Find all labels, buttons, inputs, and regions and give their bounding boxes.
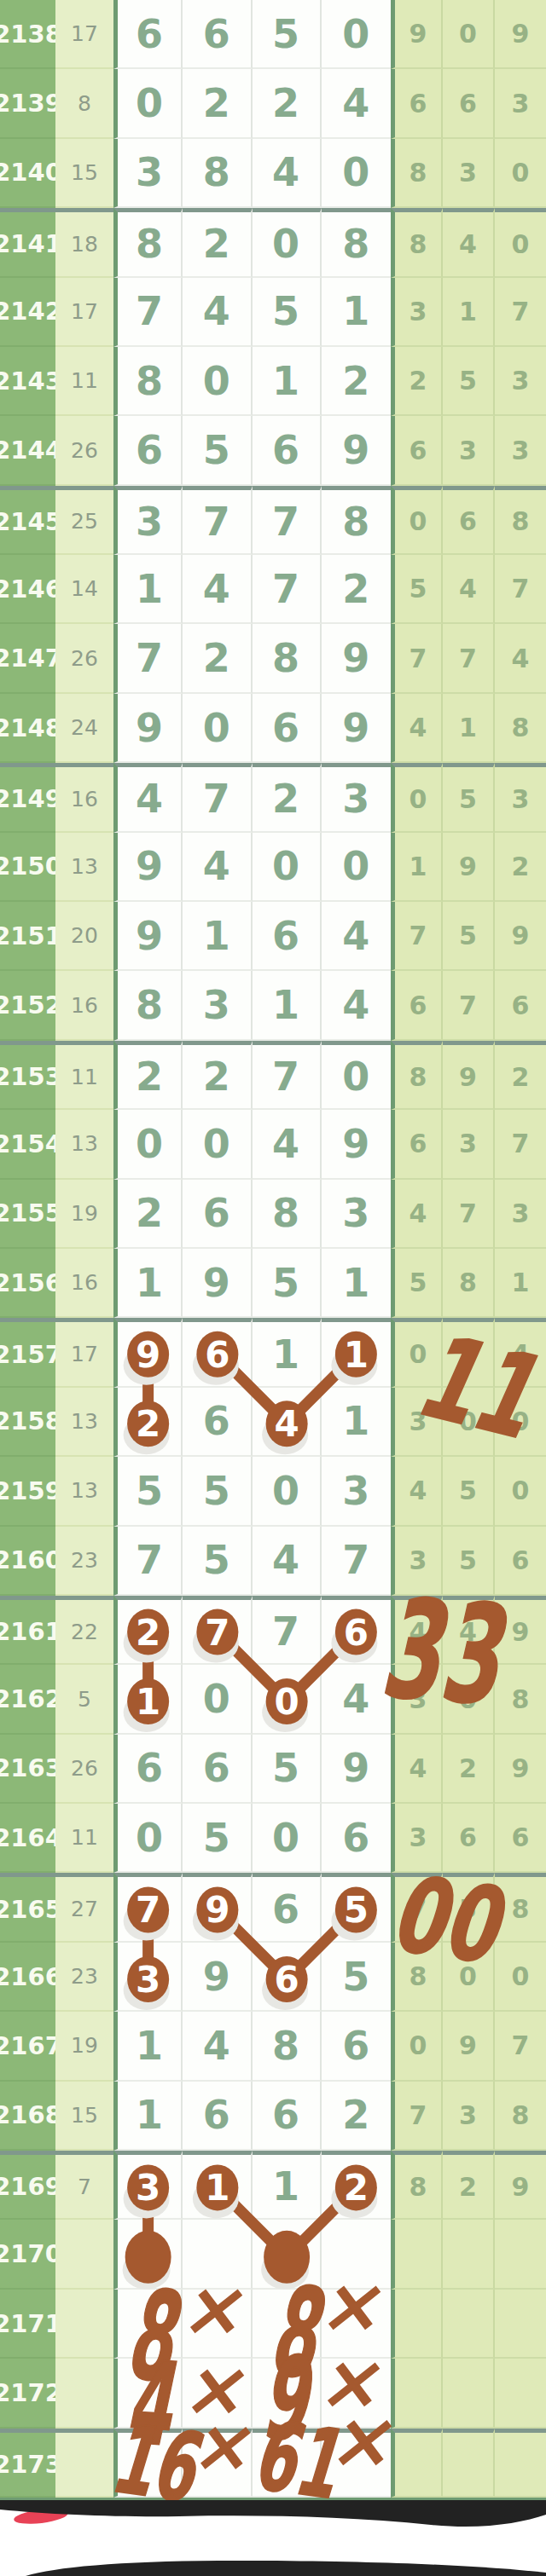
front-digit-cell: 2 bbox=[113, 1388, 183, 1457]
back-digit-cell: 7 bbox=[391, 1873, 443, 1942]
draw-number-cell: 2160 bbox=[0, 1527, 55, 1596]
sum-cell: 22 bbox=[55, 1596, 113, 1665]
back-digit-cell: 8 bbox=[495, 694, 546, 763]
sum-cell bbox=[55, 2290, 113, 2359]
front-digit-cell: 9 bbox=[183, 1873, 252, 1942]
draw-number-cell: 2147 bbox=[0, 624, 55, 693]
back-digit-cell: 5 bbox=[443, 902, 495, 971]
back-digit-cell: 3 bbox=[391, 278, 443, 347]
sum-cell: 13 bbox=[55, 1457, 113, 1526]
back-digit-cell: 9 bbox=[443, 2012, 495, 2081]
back-digit-cell: 0 bbox=[391, 763, 443, 832]
sum-cell: 23 bbox=[55, 1527, 113, 1596]
front-digit-cell: 2 bbox=[113, 1041, 183, 1110]
front-digit-cell: 0 bbox=[253, 833, 322, 902]
back-digit-cell: 3 bbox=[495, 69, 546, 138]
front-digit-cell: 1 bbox=[113, 1249, 183, 1318]
front-digit-cell: 4 bbox=[322, 69, 391, 138]
front-digit-cell: 1 bbox=[113, 1665, 183, 1734]
sum-cell: 23 bbox=[55, 1943, 113, 2012]
back-digit-cell: 5 bbox=[443, 763, 495, 832]
sum-cell: 26 bbox=[55, 416, 113, 485]
draw-number-cell: 2164 bbox=[0, 1804, 55, 1873]
front-digit-cell: 2 bbox=[183, 208, 252, 277]
back-digit-cell: 8 bbox=[495, 1665, 546, 1734]
front-digit-cell: 4 bbox=[253, 1388, 322, 1457]
draw-number-cell: 2153 bbox=[0, 1041, 55, 1110]
front-digit-cell: 6 bbox=[113, 416, 183, 485]
back-digit-cell: 7 bbox=[391, 624, 443, 693]
draw-number-cell: 2145 bbox=[0, 486, 55, 555]
draw-number-cell: 2152 bbox=[0, 971, 55, 1040]
back-digit-cell: 8 bbox=[495, 486, 546, 555]
back-digit-cell: 0 bbox=[443, 1388, 495, 1457]
back-digit-cell: 1 bbox=[443, 278, 495, 347]
sum-cell: 17 bbox=[55, 278, 113, 347]
sum-cell: 11 bbox=[55, 1804, 113, 1873]
torn-paper-red-sliver bbox=[13, 2506, 68, 2527]
back-digit-cell: 8 bbox=[391, 208, 443, 277]
back-digit-cell: 7 bbox=[495, 1110, 546, 1179]
back-digit-cell: 1 bbox=[443, 694, 495, 763]
front-digit-cell: 0 bbox=[113, 69, 183, 138]
front-digit-cell: 0 bbox=[183, 1665, 252, 1734]
back-digit-cell: 6 bbox=[391, 416, 443, 485]
front-digit-cell: 5 bbox=[253, 278, 322, 347]
front-digit-cell: 4 bbox=[183, 833, 252, 902]
front-digit-cell: 1 bbox=[322, 1388, 391, 1457]
front-digit-cell: 1 bbox=[253, 347, 322, 416]
draw-number-cell: 2168 bbox=[0, 2082, 55, 2151]
back-digit-cell bbox=[495, 2220, 546, 2289]
front-digit-cell: 6 bbox=[183, 0, 252, 69]
back-digit-cell: 3 bbox=[391, 1527, 443, 1596]
front-digit-cell: 1 bbox=[183, 902, 252, 971]
sum-cell: 19 bbox=[55, 1180, 113, 1249]
back-digit-cell: 5 bbox=[443, 1457, 495, 1526]
back-digit-cell: 3 bbox=[391, 1804, 443, 1873]
draw-number-cell: 2144 bbox=[0, 416, 55, 485]
front-digit-cell: 7 bbox=[183, 1596, 252, 1665]
back-digit-cell: 6 bbox=[443, 69, 495, 138]
back-digit-cell: 4 bbox=[391, 694, 443, 763]
front-digit-cell: 0 bbox=[113, 1110, 183, 1179]
draw-number-cell: 2162 bbox=[0, 1665, 55, 1734]
front-digit-cell: 9 bbox=[113, 833, 183, 902]
front-digit-cell: 6 bbox=[183, 1735, 252, 1804]
front-digit-cell bbox=[113, 2359, 183, 2428]
back-digit-cell: 7 bbox=[495, 278, 546, 347]
back-digit-cell: 5 bbox=[391, 1249, 443, 1318]
back-digit-cell: 8 bbox=[495, 1873, 546, 1942]
front-digit-cell bbox=[113, 2429, 183, 2498]
front-digit-cell: 1 bbox=[113, 2082, 183, 2151]
front-digit-cell: 8 bbox=[113, 208, 183, 277]
front-digit-cell: 5 bbox=[183, 416, 252, 485]
front-digit-cell: 1 bbox=[322, 1249, 391, 1318]
front-digit-cell: 6 bbox=[253, 694, 322, 763]
front-digit-cell: 3 bbox=[322, 1180, 391, 1249]
front-digit-cell bbox=[183, 2429, 252, 2498]
front-digit-cell: 3 bbox=[113, 2151, 183, 2220]
front-digit-cell: 9 bbox=[113, 902, 183, 971]
front-digit-cell: 3 bbox=[183, 971, 252, 1040]
front-digit-cell: 5 bbox=[183, 1527, 252, 1596]
back-digit-cell: 6 bbox=[495, 1527, 546, 1596]
back-digit-cell: 0 bbox=[495, 1943, 546, 2012]
front-digit-cell bbox=[253, 2220, 322, 2289]
front-digit-cell: 6 bbox=[253, 1943, 322, 2012]
front-digit-cell: 5 bbox=[253, 0, 322, 69]
front-digit-cell bbox=[183, 2220, 252, 2289]
front-digit-cell: 0 bbox=[253, 208, 322, 277]
front-digit-cell: 5 bbox=[322, 1873, 391, 1942]
front-digit-cell: 9 bbox=[322, 694, 391, 763]
draw-number-cell: 2139 bbox=[0, 69, 55, 138]
back-digit-cell: 7 bbox=[391, 902, 443, 971]
back-digit-cell: 5 bbox=[443, 347, 495, 416]
back-digit-cell: 4 bbox=[391, 1457, 443, 1526]
front-digit-cell: 2 bbox=[253, 69, 322, 138]
back-digit-cell: 9 bbox=[495, 0, 546, 69]
front-digit-cell: 5 bbox=[253, 1249, 322, 1318]
draw-number-cell: 2141 bbox=[0, 208, 55, 277]
front-digit-cell: 6 bbox=[253, 1873, 322, 1942]
front-digit-cell: 9 bbox=[322, 624, 391, 693]
back-digit-cell: 8 bbox=[495, 2082, 546, 2151]
back-digit-cell: 3 bbox=[495, 416, 546, 485]
back-digit-cell: 2 bbox=[495, 833, 546, 902]
front-digit-cell: 7 bbox=[113, 1873, 183, 1942]
front-digit-cell: 2 bbox=[113, 1596, 183, 1665]
sum-cell bbox=[55, 2359, 113, 2428]
back-digit-cell: 9 bbox=[391, 0, 443, 69]
front-digit-cell: 5 bbox=[183, 1804, 252, 1873]
sum-cell: 26 bbox=[55, 1735, 113, 1804]
front-digit-cell: 1 bbox=[322, 278, 391, 347]
back-digit-cell: 9 bbox=[495, 2151, 546, 2220]
front-digit-cell: 5 bbox=[253, 1735, 322, 1804]
back-digit-cell: 5 bbox=[443, 1873, 495, 1942]
back-digit-cell: 9 bbox=[495, 1596, 546, 1665]
back-digit-cell: 0 bbox=[391, 2012, 443, 2081]
front-digit-cell: 7 bbox=[253, 555, 322, 624]
back-digit-cell: 8 bbox=[391, 139, 443, 208]
front-digit-cell: 4 bbox=[322, 902, 391, 971]
sum-cell: 14 bbox=[55, 555, 113, 624]
front-digit-cell: 0 bbox=[183, 694, 252, 763]
sum-cell: 24 bbox=[55, 694, 113, 763]
sum-cell: 25 bbox=[55, 486, 113, 555]
lottery-trend-chart-screenshot: 2138176650909213980224663214015384083021… bbox=[0, 0, 546, 2576]
back-digit-cell: 7 bbox=[443, 1180, 495, 1249]
back-digit-cell: 4 bbox=[443, 555, 495, 624]
back-digit-cell: 6 bbox=[495, 971, 546, 1040]
sum-cell: 15 bbox=[55, 2082, 113, 2151]
back-digit-cell: 0 bbox=[443, 1943, 495, 2012]
front-digit-cell bbox=[322, 2429, 391, 2498]
draw-number-cell: 2143 bbox=[0, 347, 55, 416]
front-digit-cell bbox=[322, 2359, 391, 2428]
front-digit-cell: 8 bbox=[322, 208, 391, 277]
front-digit-cell: 2 bbox=[183, 69, 252, 138]
draw-number-cell: 2163 bbox=[0, 1735, 55, 1804]
sum-cell: 17 bbox=[55, 1318, 113, 1387]
back-digit-cell: 8 bbox=[391, 2151, 443, 2220]
front-digit-cell: 8 bbox=[322, 486, 391, 555]
front-digit-cell bbox=[183, 2290, 252, 2359]
front-digit-cell: 4 bbox=[183, 2012, 252, 2081]
front-digit-cell: 6 bbox=[322, 2012, 391, 2081]
front-digit-cell: 6 bbox=[183, 2082, 252, 2151]
sum-cell: 13 bbox=[55, 1110, 113, 1179]
sum-cell: 17 bbox=[55, 0, 113, 69]
back-digit-cell: 7 bbox=[443, 624, 495, 693]
sum-cell: 16 bbox=[55, 971, 113, 1040]
front-digit-cell: 7 bbox=[253, 1596, 322, 1665]
back-digit-cell: 4 bbox=[391, 1596, 443, 1665]
sum-cell: 27 bbox=[55, 1873, 113, 1942]
front-digit-cell: 6 bbox=[183, 1180, 252, 1249]
back-digit-cell bbox=[443, 2429, 495, 2498]
front-digit-cell: 7 bbox=[183, 763, 252, 832]
sum-cell: 20 bbox=[55, 902, 113, 971]
sum-cell: 18 bbox=[55, 208, 113, 277]
draw-number-cell: 2159 bbox=[0, 1457, 55, 1526]
draw-number-cell: 2157 bbox=[0, 1318, 55, 1387]
front-digit-cell: 1 bbox=[113, 2012, 183, 2081]
back-digit-cell bbox=[391, 2429, 443, 2498]
back-digit-cell: 0 bbox=[391, 1318, 443, 1387]
front-digit-cell bbox=[322, 2290, 391, 2359]
front-digit-cell: 1 bbox=[183, 2151, 252, 2220]
back-digit-cell: 2 bbox=[443, 1735, 495, 1804]
back-digit-cell: 4 bbox=[391, 1180, 443, 1249]
draw-number-cell: 2148 bbox=[0, 694, 55, 763]
front-digit-cell: 4 bbox=[322, 1665, 391, 1734]
draw-number-cell: 2170 bbox=[0, 2220, 55, 2289]
trend-chart-table: 2138176650909213980224663214015384083021… bbox=[0, 0, 546, 2500]
front-digit-cell bbox=[113, 2220, 183, 2289]
back-digit-cell: 0 bbox=[443, 1665, 495, 1734]
draw-number-cell: 2172 bbox=[0, 2359, 55, 2428]
front-digit-cell: 7 bbox=[113, 278, 183, 347]
back-digit-cell: 4 bbox=[391, 1735, 443, 1804]
back-digit-cell: 8 bbox=[443, 1249, 495, 1318]
front-digit-cell: 7 bbox=[322, 1527, 391, 1596]
front-digit-cell bbox=[113, 2290, 183, 2359]
sum-cell: 15 bbox=[55, 139, 113, 208]
sum-cell: 19 bbox=[55, 2012, 113, 2081]
back-digit-cell bbox=[495, 2290, 546, 2359]
back-digit-cell: 7 bbox=[495, 555, 546, 624]
back-digit-cell: 6 bbox=[391, 1110, 443, 1179]
front-digit-cell: 9 bbox=[113, 1318, 183, 1387]
draw-number-cell: 2173 bbox=[0, 2429, 55, 2498]
front-digit-cell: 2 bbox=[322, 2082, 391, 2151]
back-digit-cell: 3 bbox=[391, 1388, 443, 1457]
front-digit-cell: 0 bbox=[322, 0, 391, 69]
back-digit-cell bbox=[391, 2290, 443, 2359]
front-digit-cell: 9 bbox=[322, 1110, 391, 1179]
back-digit-cell: 0 bbox=[495, 208, 546, 277]
front-digit-cell: 1 bbox=[253, 1318, 322, 1387]
sum-cell bbox=[55, 2220, 113, 2289]
front-digit-cell: 4 bbox=[113, 763, 183, 832]
front-digit-cell: 8 bbox=[113, 347, 183, 416]
back-digit-cell: 3 bbox=[495, 1180, 546, 1249]
front-digit-cell: 1 bbox=[253, 971, 322, 1040]
back-digit-cell: 7 bbox=[495, 2012, 546, 2081]
front-digit-cell: 9 bbox=[113, 694, 183, 763]
back-digit-cell: 1 bbox=[495, 1249, 546, 1318]
front-digit-cell: 7 bbox=[253, 1041, 322, 1110]
front-digit-cell: 4 bbox=[253, 1110, 322, 1179]
back-digit-cell: 2 bbox=[443, 2151, 495, 2220]
back-digit-cell: 5 bbox=[391, 555, 443, 624]
back-digit-cell bbox=[495, 2359, 546, 2428]
back-digit-cell bbox=[391, 2359, 443, 2428]
sum-cell bbox=[55, 2429, 113, 2498]
draw-number-cell: 2150 bbox=[0, 833, 55, 902]
back-digit-cell: 0 bbox=[391, 486, 443, 555]
front-digit-cell bbox=[322, 2220, 391, 2289]
front-digit-cell: 6 bbox=[183, 1388, 252, 1457]
front-digit-cell: 2 bbox=[183, 624, 252, 693]
draw-number-cell: 2142 bbox=[0, 278, 55, 347]
draw-number-cell: 2149 bbox=[0, 763, 55, 832]
front-digit-cell: 1 bbox=[322, 1318, 391, 1387]
front-digit-cell bbox=[183, 2359, 252, 2428]
draw-number-cell: 2161 bbox=[0, 1596, 55, 1665]
sum-cell: 26 bbox=[55, 624, 113, 693]
front-digit-cell: 3 bbox=[113, 1943, 183, 2012]
front-digit-cell: 7 bbox=[183, 486, 252, 555]
back-digit-cell: 3 bbox=[443, 2082, 495, 2151]
back-digit-cell: 5 bbox=[443, 1527, 495, 1596]
back-digit-cell: 7 bbox=[443, 971, 495, 1040]
back-digit-cell: 3 bbox=[391, 1665, 443, 1734]
front-digit-cell: 5 bbox=[113, 1457, 183, 1526]
front-digit-cell: 2 bbox=[113, 1180, 183, 1249]
front-digit-cell: 0 bbox=[322, 1041, 391, 1110]
sum-cell: 13 bbox=[55, 1388, 113, 1457]
back-digit-cell bbox=[443, 2359, 495, 2428]
front-digit-cell: 4 bbox=[322, 971, 391, 1040]
back-digit-cell: 3 bbox=[443, 1110, 495, 1179]
front-digit-cell: 8 bbox=[253, 624, 322, 693]
front-digit-cell: 7 bbox=[253, 486, 322, 555]
back-digit-cell: 9 bbox=[495, 1735, 546, 1804]
draw-number-cell: 2156 bbox=[0, 1249, 55, 1318]
front-digit-cell: 2 bbox=[322, 555, 391, 624]
back-digit-cell bbox=[495, 2429, 546, 2498]
front-digit-cell: 2 bbox=[253, 763, 322, 832]
front-digit-cell: 9 bbox=[183, 1249, 252, 1318]
front-digit-cell: 1 bbox=[113, 555, 183, 624]
front-digit-cell bbox=[253, 2359, 322, 2428]
back-digit-cell: 0 bbox=[495, 1457, 546, 1526]
back-digit-cell: 4 bbox=[495, 624, 546, 693]
sum-cell: 11 bbox=[55, 347, 113, 416]
torn-paper-black-top bbox=[0, 2500, 546, 2527]
sum-cell: 16 bbox=[55, 763, 113, 832]
front-digit-cell: 4 bbox=[183, 555, 252, 624]
back-digit-cell: 9 bbox=[443, 833, 495, 902]
front-digit-cell: 5 bbox=[183, 1457, 252, 1526]
front-digit-cell: 6 bbox=[322, 1804, 391, 1873]
back-digit-cell: 6 bbox=[391, 971, 443, 1040]
back-digit-cell: 9 bbox=[443, 1041, 495, 1110]
back-digit-cell: 4 bbox=[443, 208, 495, 277]
back-digit-cell: 9 bbox=[495, 902, 546, 971]
front-digit-cell: 6 bbox=[113, 1735, 183, 1804]
back-digit-cell: 0 bbox=[443, 0, 495, 69]
front-digit-cell: 0 bbox=[183, 1110, 252, 1179]
front-digit-cell: 0 bbox=[322, 139, 391, 208]
sum-cell: 8 bbox=[55, 69, 113, 138]
front-digit-cell: 9 bbox=[322, 1735, 391, 1804]
front-digit-cell: 3 bbox=[113, 486, 183, 555]
front-digit-cell: 2 bbox=[183, 1041, 252, 1110]
front-digit-cell: 4 bbox=[253, 139, 322, 208]
back-digit-cell: 7 bbox=[391, 2082, 443, 2151]
back-digit-cell: 3 bbox=[443, 416, 495, 485]
sum-cell: 16 bbox=[55, 1249, 113, 1318]
back-digit-cell bbox=[443, 2290, 495, 2359]
back-digit-cell: 4 bbox=[495, 1318, 546, 1387]
front-digit-cell: 1 bbox=[253, 2151, 322, 2220]
front-digit-cell: 8 bbox=[183, 139, 252, 208]
front-digit-cell: 6 bbox=[183, 1318, 252, 1387]
back-digit-cell: 1 bbox=[391, 833, 443, 902]
back-digit-cell: 8 bbox=[391, 1943, 443, 2012]
back-digit-cell bbox=[443, 2220, 495, 2289]
back-digit-cell: 2 bbox=[391, 347, 443, 416]
front-digit-cell: 8 bbox=[253, 2012, 322, 2081]
front-digit-cell bbox=[253, 2290, 322, 2359]
draw-number-cell: 2166 bbox=[0, 1943, 55, 2012]
front-digit-cell: 6 bbox=[322, 1596, 391, 1665]
sum-cell: 11 bbox=[55, 1041, 113, 1110]
front-digit-cell: 4 bbox=[183, 278, 252, 347]
front-digit-cell: 6 bbox=[113, 0, 183, 69]
front-digit-cell: 6 bbox=[253, 2082, 322, 2151]
front-digit-cell: 0 bbox=[113, 1804, 183, 1873]
draw-number-cell: 2140 bbox=[0, 139, 55, 208]
front-digit-cell: 3 bbox=[322, 763, 391, 832]
draw-number-cell: 2155 bbox=[0, 1180, 55, 1249]
back-digit-cell bbox=[391, 2220, 443, 2289]
front-digit-cell: 0 bbox=[253, 1665, 322, 1734]
draw-number-cell: 2169 bbox=[0, 2151, 55, 2220]
front-digit-cell: 5 bbox=[322, 1943, 391, 2012]
back-digit-cell: 2 bbox=[495, 1041, 546, 1110]
front-digit-cell: 8 bbox=[113, 971, 183, 1040]
front-digit-cell: 6 bbox=[253, 902, 322, 971]
back-digit-cell: 6 bbox=[391, 69, 443, 138]
back-digit-cell: 4 bbox=[443, 1596, 495, 1665]
draw-number-cell: 2167 bbox=[0, 2012, 55, 2081]
draw-number-cell: 2138 bbox=[0, 0, 55, 69]
front-digit-cell: 2 bbox=[322, 2151, 391, 2220]
back-digit-cell: 6 bbox=[443, 486, 495, 555]
draw-number-cell: 2165 bbox=[0, 1873, 55, 1942]
front-digit-cell: 3 bbox=[113, 139, 183, 208]
back-digit-cell: 0 bbox=[495, 139, 546, 208]
back-digit-cell: 0 bbox=[495, 1388, 546, 1457]
front-digit-cell: 3 bbox=[322, 1457, 391, 1526]
